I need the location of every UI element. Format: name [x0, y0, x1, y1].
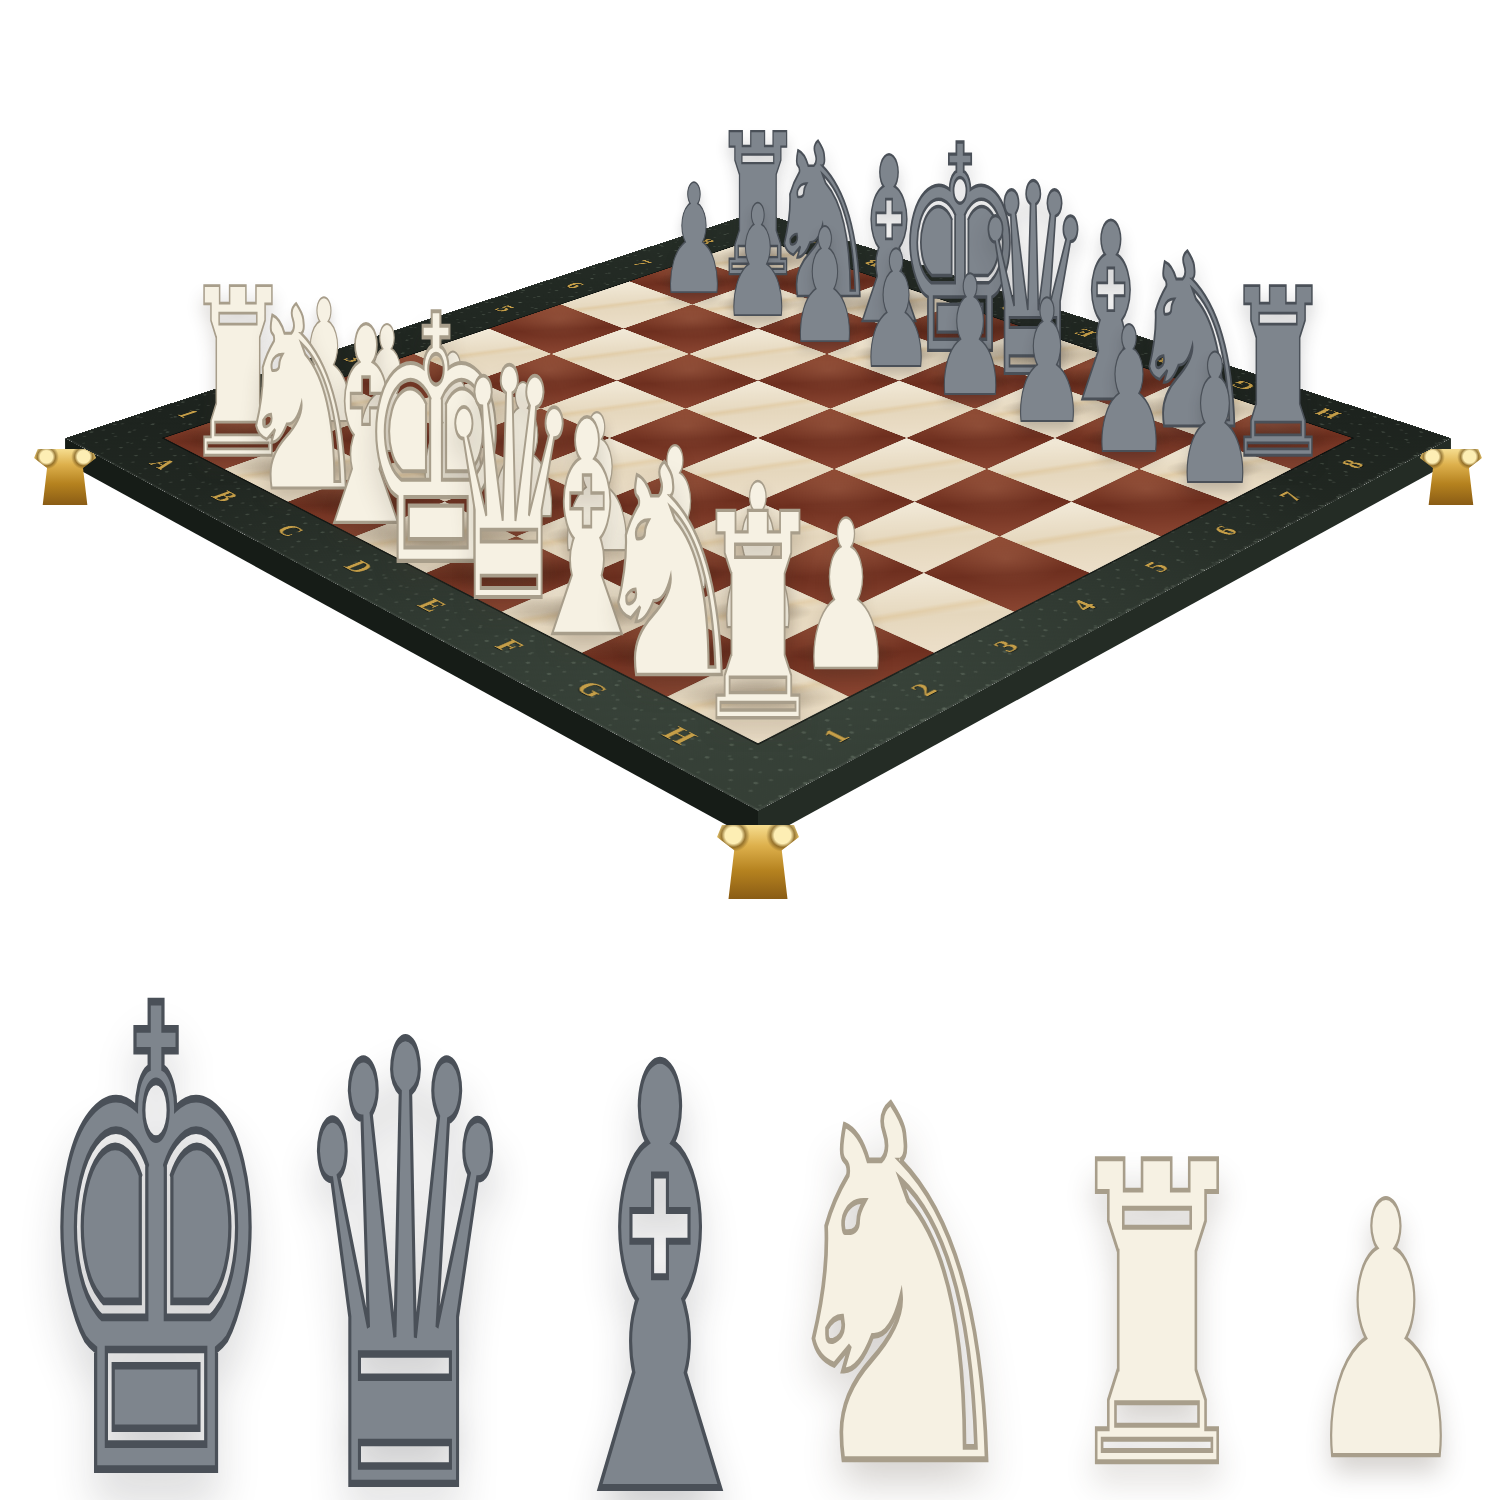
- chess-board-scene: AABBCCDDEEFFGGHH1122334455667788 ♜♞♝♚♛♝♞…: [0, 0, 1500, 960]
- piece-white-rook-h1[interactable]: ♜: [692, 478, 824, 762]
- showcase-white-pawn: ♟: [1304, 1157, 1468, 1500]
- piece-gray-pawn-b7[interactable]: ♟: [722, 186, 794, 340]
- piece-showcase: ♚♛♝♞♜♟: [0, 900, 1500, 1500]
- piece-gray-pawn-d7[interactable]: ♟: [858, 230, 933, 391]
- piece-gray-pawn-c7[interactable]: ♟: [788, 207, 861, 365]
- piece-gray-pawn-e7[interactable]: ♟: [931, 253, 1008, 418]
- showcase-gray-king: ♚: [36, 928, 277, 1500]
- showcase-white-knight: ♞: [764, 1046, 1035, 1500]
- piece-gray-pawn-g7[interactable]: ♟: [1089, 304, 1170, 478]
- pieces-layer: ♜♞♝♚♛♝♞♜♟♟♟♟♟♟♟♟♟♟♟♟♟♟♟♟♜♞♝♚♛♝♞♜: [0, 0, 1500, 960]
- product-photo: AABBCCDDEEFFGGHH1122334455667788 ♜♞♝♚♛♝♞…: [0, 0, 1500, 1500]
- showcase-white-rook: ♜: [1060, 1110, 1253, 1500]
- piece-gray-pawn-a7[interactable]: ♟: [659, 165, 729, 315]
- piece-gray-pawn-f7[interactable]: ♟: [1008, 278, 1087, 448]
- piece-gray-pawn-h7[interactable]: ♟: [1174, 331, 1257, 510]
- showcase-gray-queen: ♛: [290, 967, 520, 1500]
- showcase-gray-bishop: ♝: [545, 993, 776, 1500]
